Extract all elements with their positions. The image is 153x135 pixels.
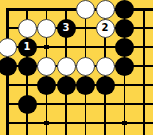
intersection [134, 19, 153, 38]
intersection [37, 38, 57, 57]
white-stone [96, 57, 115, 76]
star-point [44, 121, 49, 126]
intersection [76, 0, 96, 19]
black-stone [18, 95, 37, 114]
star-point [122, 121, 127, 126]
intersection [115, 57, 135, 76]
intersection [134, 38, 153, 57]
intersection [0, 114, 17, 133]
intersection [95, 0, 115, 19]
white-stone: 2 [96, 19, 115, 38]
intersection [115, 76, 135, 95]
intersection: 1 [17, 38, 37, 57]
intersection [56, 76, 76, 95]
intersection [95, 114, 115, 133]
intersection [76, 57, 96, 76]
intersection [37, 19, 57, 38]
intersection: 3 [56, 19, 76, 38]
intersection [134, 114, 153, 133]
intersection [76, 38, 96, 57]
black-stone [37, 76, 56, 95]
intersection [115, 19, 135, 38]
black-stone: 3 [57, 19, 76, 38]
black-stone [115, 19, 134, 38]
intersection [56, 95, 76, 114]
go-board-diagram: 321 [0, 0, 153, 135]
intersection [134, 57, 153, 76]
black-stone [96, 76, 115, 95]
intersection [95, 38, 115, 57]
intersection [76, 76, 96, 95]
black-stone [18, 57, 37, 76]
intersection [115, 0, 135, 19]
intersection [17, 76, 37, 95]
intersection [17, 114, 37, 133]
intersection [17, 57, 37, 76]
white-stone [0, 38, 17, 57]
intersection [95, 95, 115, 114]
move-number-label: 2 [102, 23, 109, 33]
white-stone [37, 57, 56, 76]
black-stone [76, 76, 95, 95]
intersection [56, 0, 76, 19]
intersection [115, 114, 135, 133]
black-stone [115, 57, 134, 76]
white-stone [96, 0, 115, 19]
move-number-label: 1 [24, 42, 31, 52]
intersection [134, 76, 153, 95]
intersection [37, 57, 57, 76]
move-number-label: 3 [63, 23, 70, 33]
black-stone [115, 38, 134, 57]
intersection [17, 95, 37, 114]
intersection [17, 0, 37, 19]
intersection [76, 95, 96, 114]
intersection [0, 76, 17, 95]
black-stone [0, 57, 17, 76]
white-stone [76, 0, 95, 19]
intersection [37, 0, 57, 19]
white-stone [76, 57, 95, 76]
intersection [0, 0, 17, 19]
intersection [56, 57, 76, 76]
intersection: 2 [95, 19, 115, 38]
intersection [37, 114, 57, 133]
white-stone [57, 57, 76, 76]
intersection [0, 19, 17, 38]
black-stone [57, 76, 76, 95]
intersection [134, 95, 153, 114]
white-stone [18, 19, 37, 38]
intersection [56, 38, 76, 57]
white-stone [37, 19, 56, 38]
black-stone: 1 [18, 38, 37, 57]
intersection [17, 19, 37, 38]
intersection [115, 38, 135, 57]
go-board: 321 [0, 0, 153, 133]
intersection [37, 95, 57, 114]
intersection [0, 57, 17, 76]
intersection [37, 76, 57, 95]
intersection [76, 19, 96, 38]
black-stone [115, 0, 134, 19]
intersection [0, 95, 17, 114]
intersection [95, 57, 115, 76]
intersection [56, 114, 76, 133]
intersection [76, 114, 96, 133]
intersection [134, 0, 153, 19]
star-point [44, 45, 49, 50]
intersection [95, 76, 115, 95]
intersection [0, 38, 17, 57]
intersection [115, 95, 135, 114]
